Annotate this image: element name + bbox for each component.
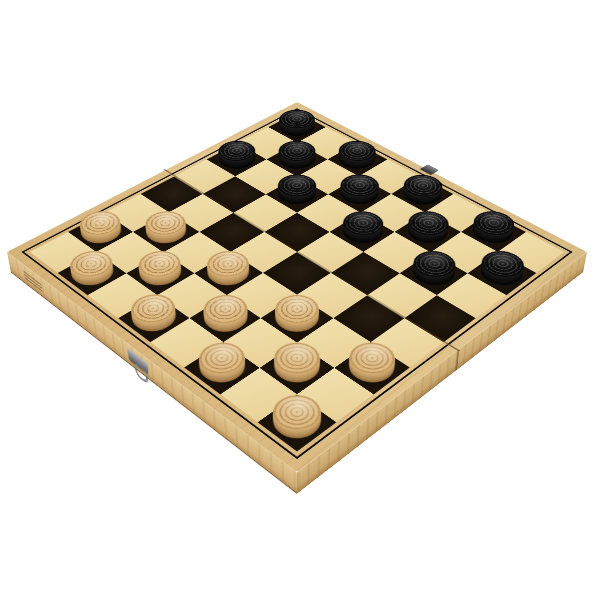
white-checker[interactable]	[131, 255, 189, 291]
fold-seam-groove	[455, 349, 459, 371]
black-checker[interactable]	[270, 179, 323, 210]
clasp-catch	[420, 164, 439, 175]
black-checker[interactable]	[473, 255, 531, 291]
white-checker[interactable]	[139, 215, 194, 248]
square-r6c0[interactable]	[68, 213, 133, 252]
board-grid	[30, 112, 565, 452]
perspective-scene	[0, 0, 600, 600]
black-checker[interactable]	[335, 215, 390, 248]
photo-background	[0, 0, 600, 600]
checkers-board	[7, 102, 587, 472]
square-r0c6[interactable]	[460, 213, 525, 252]
